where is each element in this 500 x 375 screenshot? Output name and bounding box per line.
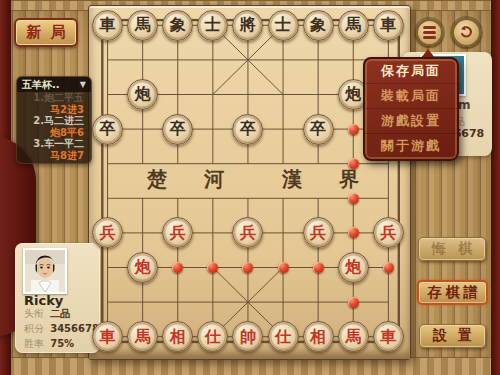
- board-cell: 馬: [336, 8, 371, 43]
- player-title-value: 二品: [50, 308, 70, 319]
- settings-button[interactable]: 設置: [419, 324, 486, 348]
- piece-black-n[interactable]: 馬: [338, 10, 369, 41]
- piece-red-p[interactable]: 兵: [303, 217, 334, 248]
- board-cell: [195, 181, 230, 216]
- piece-black-r[interactable]: 車: [373, 10, 404, 41]
- board-cell: [230, 285, 265, 320]
- piece-red-r[interactable]: 車: [92, 321, 123, 352]
- game-menu-dropdown: 保存局面 裝載局面 游戲設置 關于游戲: [363, 57, 459, 161]
- move-hint-dot[interactable]: [348, 193, 359, 204]
- move-hint-dot[interactable]: [278, 262, 289, 273]
- board-cell: [195, 77, 230, 112]
- menu-item-load-position[interactable]: 裝載局面: [365, 84, 457, 109]
- player-score-label: 积分: [24, 323, 44, 334]
- hamburger-icon: [423, 26, 436, 39]
- board-cell: 卒: [90, 112, 125, 147]
- board-cell: 炮: [336, 250, 371, 285]
- board-cell: [90, 285, 125, 320]
- board-cell: 象: [301, 8, 336, 43]
- move-hint-dot[interactable]: [348, 158, 359, 169]
- board-cell: 車: [90, 319, 125, 354]
- board-cell: 士: [265, 8, 300, 43]
- board-cell: 仕: [265, 319, 300, 354]
- piece-red-c[interactable]: 炮: [127, 252, 158, 283]
- board-cell: [125, 285, 160, 320]
- player-card: Ricky 头衔 二品 积分 3456678 胜率 75%: [15, 243, 100, 353]
- board-cell: 兵: [301, 216, 336, 251]
- board-cell: 士: [195, 8, 230, 43]
- board-cell: [90, 77, 125, 112]
- menu-item-game-settings[interactable]: 游戲設置: [365, 109, 457, 134]
- board-cell: [265, 285, 300, 320]
- board-cell: 車: [371, 319, 406, 354]
- board-cell: [125, 43, 160, 78]
- opening-book-panel: 五羊杯.. ▼ 1.炮二平五马2进32.马二进三炮8平63.车一平二马8进7: [16, 76, 92, 164]
- board-cell: [301, 285, 336, 320]
- piece-red-b[interactable]: 相: [162, 321, 193, 352]
- board-cell: 馬: [125, 8, 160, 43]
- board-cell: [230, 146, 265, 181]
- board-cell: 馬: [336, 319, 371, 354]
- player-name: Ricky: [24, 293, 63, 308]
- new-game-button[interactable]: 新局: [14, 18, 78, 47]
- board-cell: 車: [371, 8, 406, 43]
- board-cell: 將: [230, 8, 265, 43]
- board-cell: [371, 181, 406, 216]
- board-cell: [265, 216, 300, 251]
- piece-black-p[interactable]: 卒: [162, 114, 193, 145]
- move-entry[interactable]: 1.炮二平五: [17, 92, 91, 104]
- move-hint-dot[interactable]: [383, 262, 394, 273]
- menu-item-about-game[interactable]: 關于游戲: [365, 134, 457, 158]
- piece-red-c[interactable]: 炮: [338, 252, 369, 283]
- board-cell: [90, 250, 125, 285]
- board-cell: 卒: [301, 112, 336, 147]
- dropdown-caret-icon: ▼: [80, 80, 86, 89]
- board-cell: [195, 112, 230, 147]
- board-cell: [125, 146, 160, 181]
- board-cell: [160, 181, 195, 216]
- piece-black-n[interactable]: 馬: [127, 10, 158, 41]
- menu-item-save-position[interactable]: 保存局面: [365, 59, 457, 84]
- board-cell: [265, 77, 300, 112]
- piece-black-p[interactable]: 卒: [303, 114, 334, 145]
- board-cell: [230, 181, 265, 216]
- curtain-right: [491, 0, 500, 375]
- piece-red-p[interactable]: 兵: [92, 217, 123, 248]
- board-cell: [195, 43, 230, 78]
- board-cell: 仕: [195, 319, 230, 354]
- move-entry[interactable]: 3.车一平二: [17, 138, 91, 150]
- piece-black-a[interactable]: 士: [268, 10, 299, 41]
- board-cell: [301, 43, 336, 78]
- board-cell: [195, 285, 230, 320]
- board-cell: [195, 146, 230, 181]
- piece-red-a[interactable]: 仕: [197, 321, 228, 352]
- board-cell: [90, 181, 125, 216]
- save-record-button[interactable]: 存棋譜: [417, 280, 488, 305]
- board-cell: 炮: [125, 77, 160, 112]
- menu-button[interactable]: [416, 19, 443, 46]
- piece-red-n[interactable]: 馬: [127, 321, 158, 352]
- board-cell: 象: [160, 8, 195, 43]
- piece-black-p[interactable]: 卒: [92, 114, 123, 145]
- board-cell: 炮: [125, 250, 160, 285]
- piece-red-p[interactable]: 兵: [373, 217, 404, 248]
- board-cell: 兵: [160, 216, 195, 251]
- piece-black-r[interactable]: 車: [92, 10, 123, 41]
- board-cell: [160, 285, 195, 320]
- board-cell: 卒: [160, 112, 195, 147]
- board-cell: [265, 181, 300, 216]
- piece-black-c[interactable]: 炮: [127, 79, 158, 110]
- piece-red-a[interactable]: 仕: [268, 321, 299, 352]
- opening-book-title: 五羊杯..: [22, 78, 60, 92]
- move-hint-dot[interactable]: [348, 124, 359, 135]
- board-cell: 卒: [230, 112, 265, 147]
- move-entry[interactable]: 马2进3: [17, 104, 91, 116]
- board-cell: [160, 43, 195, 78]
- board-cell: 兵: [371, 216, 406, 251]
- player-avatar: [23, 248, 67, 294]
- piece-red-k[interactable]: 帥: [232, 321, 263, 352]
- board-cell: 兵: [90, 216, 125, 251]
- piece-red-n[interactable]: 馬: [338, 321, 369, 352]
- player-winrate-value: 75%: [50, 338, 74, 349]
- board-cell: [195, 216, 230, 251]
- piece-red-p[interactable]: 兵: [162, 217, 193, 248]
- piece-black-b[interactable]: 象: [303, 10, 334, 41]
- player-title-label: 头衔: [24, 308, 44, 319]
- board-cell: [160, 77, 195, 112]
- board-cell: 車: [90, 8, 125, 43]
- board-cell: 馬: [125, 319, 160, 354]
- board-cell: [265, 146, 300, 181]
- opening-book-dropdown[interactable]: 五羊杯.. ▼: [17, 77, 91, 92]
- undo-button[interactable]: [452, 18, 481, 47]
- piece-red-p[interactable]: 兵: [232, 217, 263, 248]
- player-winrate-label: 胜率: [24, 338, 44, 349]
- game-screen: 楚 河 漢 界 車馬象士將士象馬車炮炮卒卒卒卒卒兵兵兵兵兵炮炮車馬相仕帥仕相馬車…: [0, 0, 500, 375]
- takeback-button[interactable]: 悔棋: [418, 237, 486, 261]
- board-cell: [371, 285, 406, 320]
- board-cell: [301, 146, 336, 181]
- board-cell: [265, 43, 300, 78]
- board-cell: [230, 43, 265, 78]
- move-entry[interactable]: 2.马二进三: [17, 115, 91, 127]
- board-cell: 相: [301, 319, 336, 354]
- piece-red-r[interactable]: 車: [373, 321, 404, 352]
- board-cell: 相: [160, 319, 195, 354]
- board-cell: [160, 146, 195, 181]
- board-cell: 帥: [230, 319, 265, 354]
- board-cell: [301, 181, 336, 216]
- board-cell: [265, 112, 300, 147]
- move-list: 1.炮二平五马2进32.马二进三炮8平63.车一平二马8进7: [17, 92, 91, 162]
- piece-black-b[interactable]: 象: [162, 10, 193, 41]
- undo-arrow-icon: [459, 25, 474, 40]
- board-cell: [125, 181, 160, 216]
- board-cell: [90, 146, 125, 181]
- piece-black-p[interactable]: 卒: [232, 114, 263, 145]
- move-hint-dot[interactable]: [348, 297, 359, 308]
- piece-black-a[interactable]: 士: [197, 10, 228, 41]
- board-cell: [301, 77, 336, 112]
- board-cell: 兵: [230, 216, 265, 251]
- board-cell: [90, 43, 125, 78]
- board-cell: [230, 77, 265, 112]
- move-entry[interactable]: 炮8平6: [17, 127, 91, 139]
- piece-black-k[interactable]: 將: [232, 10, 263, 41]
- move-entry[interactable]: 马8进7: [17, 150, 91, 162]
- board-cell: [125, 112, 160, 147]
- board-cell: [125, 216, 160, 251]
- piece-red-b[interactable]: 相: [303, 321, 334, 352]
- move-hint-dot[interactable]: [313, 262, 324, 273]
